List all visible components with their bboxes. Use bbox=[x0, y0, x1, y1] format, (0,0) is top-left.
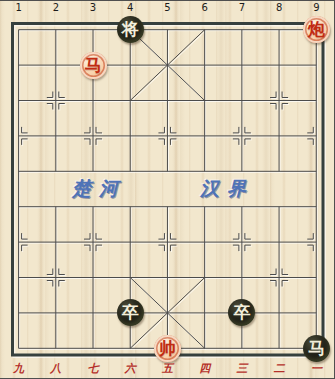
file-label-top-2: 2 bbox=[37, 1, 74, 14]
board-cell-f8r6[interactable] bbox=[261, 224, 298, 259]
board-cell-f9r1[interactable] bbox=[298, 47, 335, 82]
board-cell-f2r5[interactable] bbox=[37, 189, 74, 224]
board-cell-f5r2[interactable] bbox=[149, 83, 186, 118]
river-label-right: 汉界 bbox=[200, 179, 254, 198]
board-cell-f6r2[interactable] bbox=[186, 83, 223, 118]
board-cell-f3r1[interactable]: 马 bbox=[74, 47, 111, 82]
board-cell-f9r9[interactable]: 马 bbox=[298, 331, 335, 366]
board-cell-f8r9[interactable] bbox=[261, 331, 298, 366]
board-cell-f8r7[interactable] bbox=[261, 260, 298, 295]
board-cell-f4r1[interactable] bbox=[112, 47, 149, 82]
board-cell-f6r1[interactable] bbox=[186, 47, 223, 82]
board-cell-f9r5[interactable] bbox=[298, 189, 335, 224]
board-cell-f4r9[interactable] bbox=[112, 331, 149, 366]
board-cell-f5r0[interactable] bbox=[149, 12, 186, 47]
file-label-bottom-2: 八 bbox=[37, 362, 74, 375]
board-cell-f2r9[interactable] bbox=[37, 331, 74, 366]
board-cell-f4r8[interactable]: 卒 bbox=[112, 295, 149, 330]
board-cell-f4r6[interactable] bbox=[112, 224, 149, 259]
board-cell-f4r0[interactable]: 将 bbox=[112, 12, 149, 47]
board-cell-f1r3[interactable] bbox=[0, 118, 37, 153]
board: 将炮马卒卒帅马 bbox=[0, 12, 335, 366]
file-label-bottom-7: 三 bbox=[223, 362, 260, 375]
board-cell-f2r0[interactable] bbox=[37, 12, 74, 47]
board-cell-f1r2[interactable] bbox=[0, 83, 37, 118]
board-cell-f9r8[interactable] bbox=[298, 295, 335, 330]
board-cell-f5r9[interactable]: 帅 bbox=[149, 331, 186, 366]
board-cell-f2r6[interactable] bbox=[37, 224, 74, 259]
board-cell-f8r5[interactable] bbox=[261, 189, 298, 224]
board-cell-f7r8[interactable]: 卒 bbox=[223, 295, 260, 330]
board-cell-f1r7[interactable] bbox=[0, 260, 37, 295]
file-label-top-8: 8 bbox=[261, 1, 298, 14]
board-cell-f1r5[interactable] bbox=[0, 189, 37, 224]
board-cell-f5r7[interactable] bbox=[149, 260, 186, 295]
board-cell-f8r4[interactable] bbox=[261, 154, 298, 189]
board-cell-f2r1[interactable] bbox=[37, 47, 74, 82]
file-label-bottom-4: 六 bbox=[112, 362, 149, 375]
board-cell-f8r2[interactable] bbox=[261, 83, 298, 118]
piece-red-general[interactable]: 帅 bbox=[154, 335, 181, 362]
board-cell-f6r8[interactable] bbox=[186, 295, 223, 330]
file-label-top-6: 6 bbox=[186, 1, 223, 14]
file-label-bottom-9: 一 bbox=[298, 362, 335, 375]
board-cell-f1r6[interactable] bbox=[0, 224, 37, 259]
board-cell-f7r2[interactable] bbox=[223, 83, 260, 118]
file-labels-top: 123456789 bbox=[0, 1, 335, 14]
piece-red-horse[interactable]: 马 bbox=[80, 52, 107, 79]
board-cell-f1r8[interactable] bbox=[0, 295, 37, 330]
board-cell-f2r4[interactable] bbox=[37, 154, 74, 189]
board-cell-f2r8[interactable] bbox=[37, 295, 74, 330]
board-cell-f9r2[interactable] bbox=[298, 83, 335, 118]
board-cell-f7r0[interactable] bbox=[223, 12, 260, 47]
river-label-left: 楚河 bbox=[72, 179, 126, 198]
file-label-bottom-6: 四 bbox=[186, 362, 223, 375]
board-cell-f4r2[interactable] bbox=[112, 83, 149, 118]
board-cell-f1r9[interactable] bbox=[0, 331, 37, 366]
board-cell-f2r3[interactable] bbox=[37, 118, 74, 153]
board-cell-f6r9[interactable] bbox=[186, 331, 223, 366]
board-cell-f1r1[interactable] bbox=[0, 47, 37, 82]
file-label-bottom-1: 九 bbox=[0, 362, 37, 375]
piece-black-soldier-1[interactable]: 卒 bbox=[117, 299, 144, 326]
board-cell-f9r4[interactable] bbox=[298, 154, 335, 189]
board-cell-f2r2[interactable] bbox=[37, 83, 74, 118]
board-cell-f8r0[interactable] bbox=[261, 12, 298, 47]
board-cell-f4r7[interactable] bbox=[112, 260, 149, 295]
board-cell-f7r3[interactable] bbox=[223, 118, 260, 153]
piece-black-horse[interactable]: 马 bbox=[303, 335, 330, 362]
board-cell-f7r9[interactable] bbox=[223, 331, 260, 366]
board-cell-f3r3[interactable] bbox=[74, 118, 111, 153]
board-cell-f3r8[interactable] bbox=[74, 295, 111, 330]
board-cell-f9r0[interactable]: 炮 bbox=[298, 12, 335, 47]
board-cell-f3r9[interactable] bbox=[74, 331, 111, 366]
board-cell-f3r6[interactable] bbox=[74, 224, 111, 259]
piece-red-cannon[interactable]: 炮 bbox=[303, 16, 330, 43]
board-cell-f6r3[interactable] bbox=[186, 118, 223, 153]
file-label-top-1: 1 bbox=[0, 1, 37, 14]
board-cell-f1r0[interactable] bbox=[0, 12, 37, 47]
board-cell-f3r0[interactable] bbox=[74, 12, 111, 47]
board-cell-f7r7[interactable] bbox=[223, 260, 260, 295]
board-cell-f5r8[interactable] bbox=[149, 295, 186, 330]
file-label-bottom-3: 七 bbox=[74, 362, 111, 375]
piece-black-soldier-2[interactable]: 卒 bbox=[228, 299, 255, 326]
file-label-top-7: 7 bbox=[223, 1, 260, 14]
board-cell-f6r0[interactable] bbox=[186, 12, 223, 47]
file-label-top-5: 5 bbox=[149, 1, 186, 14]
file-labels-bottom: 九八七六五四三二一 bbox=[0, 362, 335, 375]
piece-black-general[interactable]: 将 bbox=[117, 16, 144, 43]
board-cell-f3r2[interactable] bbox=[74, 83, 111, 118]
board-cell-f5r3[interactable] bbox=[149, 118, 186, 153]
board-cell-f7r6[interactable] bbox=[223, 224, 260, 259]
board-cell-f9r3[interactable] bbox=[298, 118, 335, 153]
file-label-top-9: 9 bbox=[298, 1, 335, 14]
board-cell-f7r1[interactable] bbox=[223, 47, 260, 82]
file-label-bottom-5: 五 bbox=[149, 362, 186, 375]
board-cell-f8r1[interactable] bbox=[261, 47, 298, 82]
board-cell-f1r4[interactable] bbox=[0, 154, 37, 189]
board-cell-f5r6[interactable] bbox=[149, 224, 186, 259]
board-cell-f5r4[interactable] bbox=[149, 154, 186, 189]
xiangqi-board: 123456789 将炮马卒卒帅马 楚河 汉界 九八七六五四三二一 bbox=[0, 0, 335, 379]
board-cell-f2r7[interactable] bbox=[37, 260, 74, 295]
board-cell-f6r7[interactable] bbox=[186, 260, 223, 295]
board-cell-f8r8[interactable] bbox=[261, 295, 298, 330]
board-cell-f9r7[interactable] bbox=[298, 260, 335, 295]
file-label-top-4: 4 bbox=[112, 1, 149, 14]
board-cell-f8r3[interactable] bbox=[261, 118, 298, 153]
board-cell-f5r1[interactable] bbox=[149, 47, 186, 82]
board-cell-f5r5[interactable] bbox=[149, 189, 186, 224]
file-label-top-3: 3 bbox=[74, 1, 111, 14]
board-cell-f6r6[interactable] bbox=[186, 224, 223, 259]
file-label-bottom-8: 二 bbox=[261, 362, 298, 375]
board-cell-f4r3[interactable] bbox=[112, 118, 149, 153]
board-cell-f3r7[interactable] bbox=[74, 260, 111, 295]
board-cell-f9r6[interactable] bbox=[298, 224, 335, 259]
